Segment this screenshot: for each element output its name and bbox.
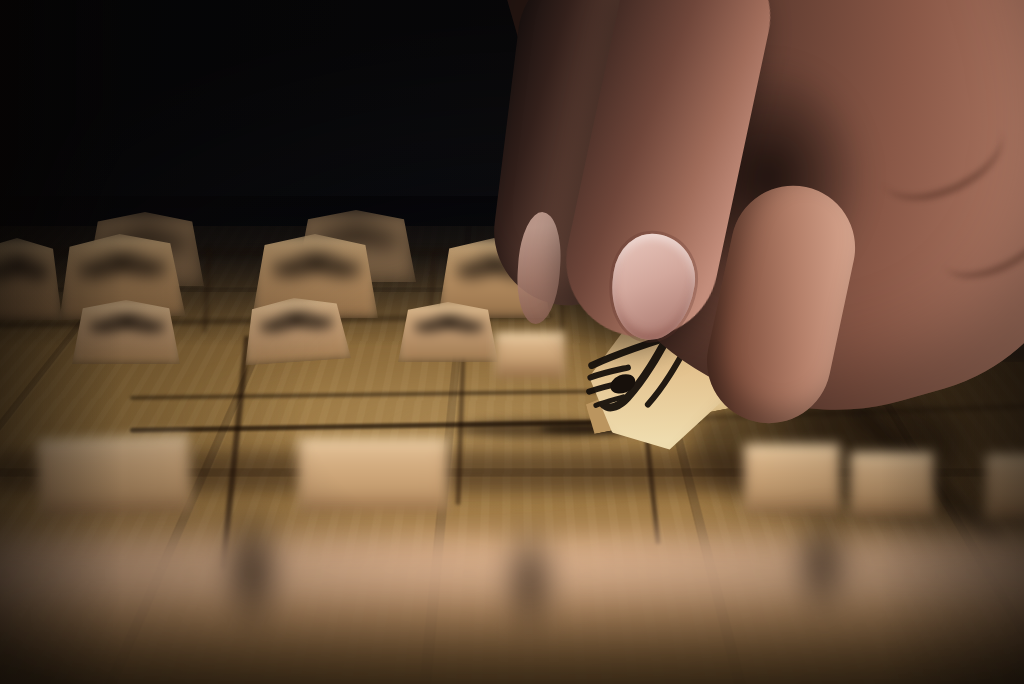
shogi-photo-scene: [0, 0, 1024, 684]
hand: [0, 0, 1024, 684]
